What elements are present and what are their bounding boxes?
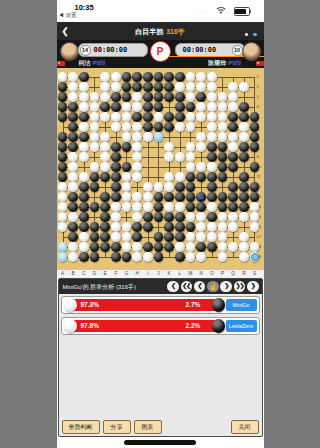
black-stone-B14 <box>68 202 78 212</box>
black-stone-M11 <box>186 172 196 182</box>
black-stone-J15 <box>154 212 164 222</box>
black-stone-C14 <box>79 202 89 212</box>
black-stone-S12 <box>250 182 260 192</box>
white-stone-F1 <box>111 72 121 82</box>
black-stone-Q13 <box>228 192 238 202</box>
black-stone-L5 <box>175 112 185 122</box>
white-stone-H4 <box>132 102 142 112</box>
jump-start-button[interactable]: ❮ <box>167 281 179 293</box>
black-stone-H2 <box>132 82 142 92</box>
white-stone-L18 <box>175 242 185 252</box>
engine-button-MiniGo[interactable]: MiniGo <box>226 299 257 311</box>
row-coordinate: 3 <box>257 94 259 99</box>
jump-end-button[interactable]: ❯ <box>247 281 259 293</box>
white-stone-H14 <box>132 202 142 212</box>
row-coordinate: 2 <box>257 84 259 89</box>
black-stone-R9 <box>239 152 249 162</box>
black-stone-F8 <box>111 142 121 152</box>
white-stone-G7 <box>122 132 132 142</box>
black-stone-L12 <box>175 182 185 192</box>
black-stone-N14 <box>196 202 206 212</box>
situation-judge-button[interactable]: 形势判断 <box>62 420 100 434</box>
step-back-button[interactable]: ❮ <box>194 281 206 293</box>
white-stone-O7 <box>207 132 217 142</box>
white-stone-P18 <box>218 242 228 252</box>
fast-forward-button[interactable]: ❯❯ <box>234 281 246 293</box>
white-stone-G14 <box>122 202 132 212</box>
black-stone-G2 <box>122 82 132 92</box>
white-stone-M18 <box>186 242 196 252</box>
white-stone-G17 <box>122 232 132 242</box>
white-stone-R17 <box>239 232 249 242</box>
black-stone-A10 <box>58 162 68 172</box>
white-stone-M15 <box>186 212 196 222</box>
col-coordinate: M <box>189 271 193 276</box>
white-stone-Q8 <box>228 142 238 152</box>
black-stone-B5 <box>68 112 78 122</box>
black-stone-E16 <box>100 222 110 232</box>
left-player-avatar[interactable] <box>60 42 79 61</box>
chart-button[interactable]: 图表 <box>134 420 162 434</box>
white-stone-Q4 <box>228 102 238 112</box>
black-stone-L17 <box>175 232 185 242</box>
white-stone-S18 <box>250 242 260 252</box>
black-stone-K3 <box>164 92 174 102</box>
black-stone-H1 <box>132 72 142 82</box>
white-stone-H8 <box>132 142 142 152</box>
white-stone-Q15 <box>228 212 238 222</box>
black-stone-N18 <box>196 242 206 252</box>
black-stone-I6 <box>143 122 153 132</box>
black-stone-I16 <box>143 222 153 232</box>
white-stone-P3 <box>218 92 228 102</box>
black-stone-R8 <box>239 142 249 152</box>
black-stone-P14 <box>218 202 228 212</box>
black-stone-I2 <box>143 82 153 92</box>
white-stone-E3 <box>100 92 110 102</box>
engine-button-LeelaZero[interactable]: LeelaZero <box>226 320 257 332</box>
black-stone-P8 <box>218 142 228 152</box>
black-stone-N11 <box>196 172 206 182</box>
black-stone-D11 <box>90 172 100 182</box>
white-stone-L9 <box>175 152 185 162</box>
black-stone-A7 <box>58 132 68 142</box>
black-stone-R4 <box>239 102 249 112</box>
black-stone-L4 <box>175 102 185 112</box>
black-stone-H5 <box>132 112 142 122</box>
white-stone-G12 <box>122 182 132 192</box>
white-stone-O1 <box>207 72 217 82</box>
col-coordinate: A <box>61 271 64 276</box>
black-stone-J19 <box>154 252 164 262</box>
white-stone-R19 <box>239 252 249 262</box>
white-stone-P17 <box>218 232 228 242</box>
black-stone-L19 <box>175 252 185 262</box>
black-stone-M12 <box>186 182 196 192</box>
right-capture-count: 10 <box>232 45 243 56</box>
header: ❮ 白目半胜316手 <box>57 22 264 40</box>
white-stone-N8 <box>196 142 206 152</box>
col-coordinate: N <box>199 271 202 276</box>
black-stone-J6 <box>154 122 164 132</box>
black-stone-L1 <box>175 72 185 82</box>
col-coordinate: S <box>253 271 256 276</box>
black-stone-P13 <box>218 192 228 202</box>
black-stone-M16 <box>186 222 196 232</box>
white-stone-N7 <box>196 132 206 142</box>
marker-blue-stone-J7 <box>154 132 164 142</box>
black-stone-F4 <box>111 102 121 112</box>
black-stone-icon <box>212 319 226 333</box>
white-stone-H13 <box>132 192 142 202</box>
white-stone-K9 <box>164 152 174 162</box>
black-winrate-value: 2.7% <box>186 301 201 308</box>
black-stone-J3 <box>154 92 164 102</box>
white-stone-B10 <box>68 162 78 172</box>
white-stone-I13 <box>143 192 153 202</box>
col-coordinate: O <box>210 271 214 276</box>
white-stone-N10 <box>196 162 206 172</box>
white-stone-A1 <box>58 72 68 82</box>
black-stone-F12 <box>111 182 121 192</box>
black-stone-L15 <box>175 212 185 222</box>
white-stone-M8 <box>186 142 196 152</box>
white-stone-M10 <box>186 162 196 172</box>
white-stone-N2 <box>196 82 206 92</box>
white-stone-B18 <box>68 242 78 252</box>
col-coordinate: K <box>168 271 171 276</box>
white-stone-G5 <box>122 112 132 122</box>
white-stone-J5 <box>154 112 164 122</box>
white-stone-F17 <box>111 232 121 242</box>
white-stone-P19 <box>218 252 228 262</box>
white-stone-H15 <box>132 212 142 222</box>
col-coordinate: E <box>104 271 107 276</box>
white-stone-D4 <box>90 102 100 112</box>
close-button[interactable]: 关闭 <box>231 420 259 434</box>
black-stone-C5 <box>79 112 89 122</box>
white-stone-J12 <box>154 182 164 192</box>
black-stone-R5 <box>239 112 249 122</box>
black-stone-B6 <box>68 122 78 132</box>
row-coordinate: 11 <box>257 174 261 179</box>
white-stone-S15 <box>250 212 260 222</box>
white-stone-G16 <box>122 222 132 232</box>
black-stone-K13 <box>164 192 174 202</box>
black-stone-O11 <box>207 172 217 182</box>
black-stone-B8 <box>68 142 78 152</box>
white-stone-L14 <box>175 202 185 212</box>
white-stone-R18 <box>239 242 249 252</box>
white-stone-K14 <box>164 202 174 212</box>
white-stone-C2 <box>79 82 89 92</box>
battery-icon <box>234 7 250 16</box>
white-stone-F16 <box>111 222 121 232</box>
black-stone-S10 <box>250 162 260 172</box>
black-stone-C12 <box>79 182 89 192</box>
black-stone-C16 <box>79 222 89 232</box>
white-stone-B12 <box>68 182 78 192</box>
white-stone-I19 <box>143 252 153 262</box>
col-coordinate: C <box>82 271 85 276</box>
white-stone-B15 <box>68 212 78 222</box>
black-stone-D12 <box>90 182 100 192</box>
black-stone-Q9 <box>228 152 238 162</box>
black-stone-J14 <box>154 202 164 212</box>
black-stone-E4 <box>100 102 110 112</box>
broadcast-dot-icon[interactable] <box>253 33 256 36</box>
black-stone-A8 <box>58 142 68 152</box>
white-stone-H19 <box>132 252 142 262</box>
black-stone-P11 <box>218 172 228 182</box>
black-stone-B16 <box>68 222 78 232</box>
white-stone-H10 <box>132 162 142 172</box>
winrate-list: 97.3%2.7%MiniGo97.8%2.2%LeelaZero <box>61 296 260 338</box>
white-stone-D3 <box>90 92 100 102</box>
black-stone-G10 <box>122 162 132 172</box>
white-stone-M6 <box>186 122 196 132</box>
white-stone-M17 <box>186 232 196 242</box>
black-stone-C19 <box>79 252 89 262</box>
black-stone-G19 <box>122 252 132 262</box>
white-stone-Q2 <box>228 82 238 92</box>
white-stone-I7 <box>143 132 153 142</box>
white-stone-Q3 <box>228 92 238 102</box>
black-stone-F19 <box>111 252 121 262</box>
black-stone-I5 <box>143 112 153 122</box>
white-stone-D8 <box>90 142 100 152</box>
col-coordinate: G <box>125 271 129 276</box>
col-coordinate: Q <box>231 271 235 276</box>
white-stone-I12 <box>143 182 153 192</box>
home-indicator[interactable] <box>124 440 196 445</box>
hand-play-button[interactable]: ☝ <box>207 281 219 293</box>
black-stone-I1 <box>143 72 153 82</box>
go-board[interactable]: 12345678910111213141516171819 <box>57 68 264 270</box>
marker-blue-triangle-N13 <box>198 194 204 199</box>
black-stone-I3 <box>143 92 153 102</box>
black-stone-G3 <box>122 92 132 102</box>
white-stone-F5 <box>111 112 121 122</box>
white-stone-Q16 <box>228 222 238 232</box>
black-winrate-value: 2.2% <box>186 322 201 329</box>
black-stone-K6 <box>164 122 174 132</box>
black-stone-R11 <box>239 172 249 182</box>
white-stone-M1 <box>186 72 196 82</box>
white-stone-R7 <box>239 132 249 142</box>
white-stone-H18 <box>132 242 142 252</box>
black-stone-J4 <box>154 102 164 112</box>
analysis-title: MiniGo'的 胜率分析 (316手) <box>63 283 137 292</box>
black-stone-I4 <box>143 102 153 112</box>
white-stone-K12 <box>164 182 174 192</box>
white-stone-F15 <box>111 212 121 222</box>
white-stone-B3 <box>68 92 78 102</box>
winrate-row-LeelaZero: 97.8%2.2%LeelaZero <box>61 317 260 335</box>
white-stone-N1 <box>196 72 206 82</box>
black-stone-P10 <box>218 162 228 172</box>
col-coordinate: R <box>242 271 245 276</box>
marker-blue-circle-A18 <box>58 242 68 252</box>
fast-back-button[interactable]: ❮❮ <box>181 281 193 293</box>
black-stone-L3 <box>175 92 185 102</box>
black-stone-J17 <box>154 232 164 242</box>
page-title: 白目半胜316手 <box>57 27 264 37</box>
black-stone-F9 <box>111 152 121 162</box>
black-stone-F3 <box>111 92 121 102</box>
black-stone-E15 <box>100 212 110 222</box>
col-coordinate: I <box>147 271 148 276</box>
black-stone-Q14 <box>228 202 238 212</box>
white-stone-H7 <box>132 132 142 142</box>
black-stone-S8 <box>250 142 260 152</box>
winrate-row-MiniGo: 97.3%2.7%MiniGo <box>61 296 260 314</box>
black-stone-C1 <box>79 72 89 82</box>
status-bar: 10:35 ◀ 设置 ···· <box>57 0 264 22</box>
black-stone-O9 <box>207 152 217 162</box>
white-stone-P7 <box>218 132 228 142</box>
white-stone-O2 <box>207 82 217 92</box>
col-coordinate: D <box>93 271 96 276</box>
black-stone-F13 <box>111 192 121 202</box>
white-stone-C9 <box>79 152 89 162</box>
black-stone-E14 <box>100 202 110 212</box>
column-coordinates: ABCDEFGHIJKLMNOPQRS <box>57 270 264 278</box>
white-stone-O17 <box>207 232 217 242</box>
white-stone-P6 <box>218 122 228 132</box>
white-stone-D7 <box>90 132 100 142</box>
black-stone-F18 <box>111 242 121 252</box>
white-stone-D6 <box>90 122 100 132</box>
black-stone-K2 <box>164 82 174 92</box>
move-count: 316手 <box>166 28 185 35</box>
white-stone-B1 <box>68 72 78 82</box>
black-stone-D19 <box>90 252 100 262</box>
white-stone-C17 <box>79 232 89 242</box>
black-stone-J18 <box>154 242 164 252</box>
row-coordinate: 17 <box>257 234 262 239</box>
white-stone-M5 <box>186 112 196 122</box>
white-stone-M2 <box>186 82 196 92</box>
white-stone-G11 <box>122 172 132 182</box>
right-player-name: 陈耀烨P9段 <box>208 59 241 68</box>
black-stone-O13 <box>207 192 217 202</box>
left-player-flag-icon <box>57 61 65 66</box>
menu-dot-icon[interactable] <box>245 33 248 36</box>
black-stone-B13 <box>68 192 78 202</box>
white-stone-K8 <box>164 142 174 152</box>
white-stone-N5 <box>196 112 206 122</box>
step-forward-button[interactable]: ❯ <box>220 281 232 293</box>
player-bar: 14 00:00:00 P 00:00:00 10 柯洁P9段 陈耀烨P9段 <box>57 40 264 68</box>
white-stone-I14 <box>143 202 153 212</box>
white-stone-E2 <box>100 82 110 92</box>
black-stone-G8 <box>122 142 132 152</box>
black-stone-I18 <box>143 242 153 252</box>
white-stone-icon <box>64 298 78 312</box>
back-to-app-link[interactable]: ◀ 设置 <box>59 12 77 19</box>
white-stone-E8 <box>100 142 110 152</box>
white-stone-O5 <box>207 112 217 122</box>
col-coordinate: B <box>72 271 75 276</box>
black-stone-J2 <box>154 82 164 92</box>
white-stone-A16 <box>58 222 68 232</box>
black-stone-G1 <box>122 72 132 82</box>
cellular-signal-icon: ···· <box>196 9 208 15</box>
white-stone-F14 <box>111 202 121 212</box>
black-stone-I15 <box>143 212 153 222</box>
col-coordinate: J <box>157 271 159 276</box>
footer-buttons: 形势判断分享图表关闭 <box>59 420 262 433</box>
white-stone-N4 <box>196 102 206 112</box>
white-stone-A12 <box>58 182 68 192</box>
col-coordinate: L <box>179 271 182 276</box>
black-stone-icon <box>212 298 226 312</box>
black-stone-P9 <box>218 152 228 162</box>
black-stone-H16 <box>132 222 142 232</box>
white-stone-B9 <box>68 152 78 162</box>
white-stone-M3 <box>186 92 196 102</box>
black-stone-S6 <box>250 122 260 132</box>
share-button[interactable]: 分享 <box>103 420 131 434</box>
black-stone-D16 <box>90 222 100 232</box>
white-stone-H3 <box>132 92 142 102</box>
black-stone-A9 <box>58 152 68 162</box>
black-stone-K17 <box>164 232 174 242</box>
white-stone-B11 <box>68 172 78 182</box>
white-stone-M9 <box>186 152 196 162</box>
black-stone-R13 <box>239 192 249 202</box>
black-stone-B17 <box>68 232 78 242</box>
black-stone-O15 <box>207 212 217 222</box>
marker-blue-circle-A19 <box>58 252 68 262</box>
white-winrate-value: 97.8% <box>81 322 99 329</box>
col-coordinate: H <box>135 271 138 276</box>
white-stone-O4 <box>207 102 217 112</box>
black-stone-F11 <box>111 172 121 182</box>
left-player-name: 柯洁P9段 <box>79 59 106 68</box>
black-stone-O8 <box>207 142 217 152</box>
white-stone-B2 <box>68 82 78 92</box>
black-stone-D18 <box>90 242 100 252</box>
white-stone-P5 <box>218 112 228 122</box>
right-player-clock: 00:00:00 10 <box>175 43 245 57</box>
black-stone-S5 <box>250 112 260 122</box>
black-stone-E17 <box>100 232 110 242</box>
black-stone-R14 <box>239 202 249 212</box>
white-stone-R6 <box>239 122 249 132</box>
white-stone-icon <box>64 319 78 333</box>
white-stone-E1 <box>100 72 110 82</box>
white-stone-D10 <box>90 162 100 172</box>
pass-indicator: P <box>150 41 171 62</box>
black-stone-Q10 <box>228 162 238 172</box>
white-stone-S14 <box>250 202 260 212</box>
white-stone-N15 <box>196 212 206 222</box>
white-stone-C6 <box>79 122 89 132</box>
black-stone-H17 <box>132 232 142 242</box>
row-coordinate: 9 <box>257 154 259 159</box>
black-stone-F10 <box>111 162 121 172</box>
right-player-avatar[interactable] <box>242 42 261 61</box>
result-text: 白目半胜 <box>135 28 163 35</box>
black-stone-K5 <box>164 112 174 122</box>
white-stone-D5 <box>90 112 100 122</box>
black-stone-E18 <box>100 242 110 252</box>
white-winrate-value: 97.3% <box>81 301 99 308</box>
black-stone-M13 <box>186 192 196 202</box>
black-stone-A4 <box>58 102 68 112</box>
